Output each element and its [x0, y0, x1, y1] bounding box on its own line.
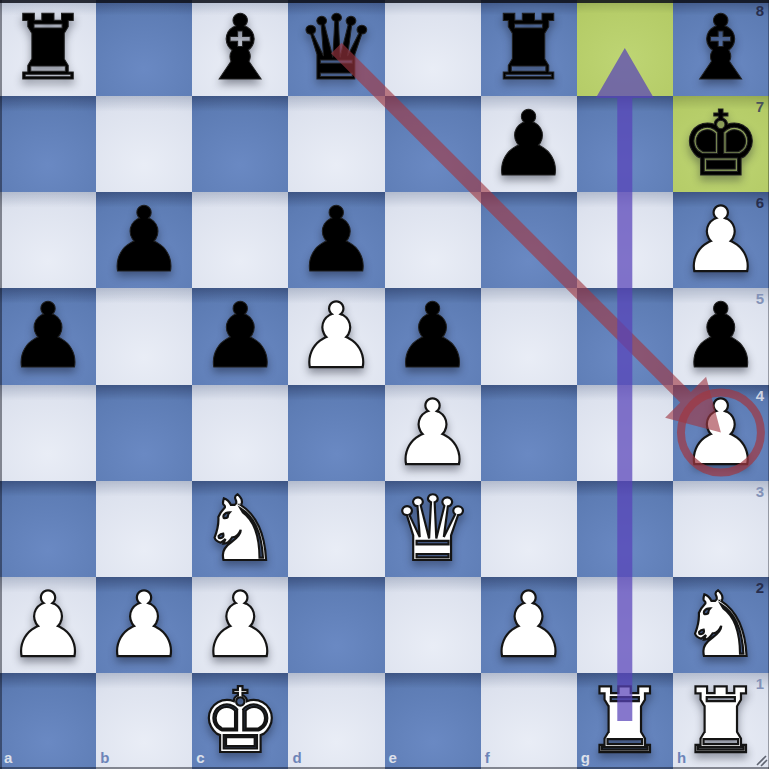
square-f7[interactable]: ♟	[481, 96, 577, 192]
square-g5[interactable]	[577, 288, 673, 384]
square-g8[interactable]	[577, 0, 673, 96]
square-e3[interactable]: ♛	[385, 481, 481, 577]
square-e8[interactable]	[385, 0, 481, 96]
chess-board-wrapper: ♜♝♛♜8♝♟7♚♟♟6♟♟♟♟♟5♟♟4♟♞♛3♟♟♟♟2♞abc♚defg♜…	[0, 0, 769, 769]
square-e6[interactable]	[385, 192, 481, 288]
piece-black-pawn-a5[interactable]: ♟	[0, 288, 96, 384]
square-b3[interactable]	[96, 481, 192, 577]
square-a1[interactable]: a	[0, 673, 96, 769]
square-f5[interactable]	[481, 288, 577, 384]
square-h3[interactable]: 3	[673, 481, 769, 577]
piece-black-pawn-h5[interactable]: ♟	[673, 288, 769, 384]
square-a7[interactable]	[0, 96, 96, 192]
square-f8[interactable]: ♜	[481, 0, 577, 96]
square-g2[interactable]	[577, 577, 673, 673]
square-f3[interactable]	[481, 481, 577, 577]
square-f6[interactable]	[481, 192, 577, 288]
square-h7[interactable]: 7♚	[673, 96, 769, 192]
piece-black-pawn-b6[interactable]: ♟	[96, 192, 192, 288]
piece-white-king-c1[interactable]: ♚	[192, 673, 288, 769]
piece-black-pawn-c5[interactable]: ♟	[192, 288, 288, 384]
square-d4[interactable]	[288, 385, 384, 481]
square-d8[interactable]: ♛	[288, 0, 384, 96]
square-c2[interactable]: ♟	[192, 577, 288, 673]
square-f1[interactable]: f	[481, 673, 577, 769]
file-label-b: b	[100, 750, 109, 765]
square-g3[interactable]	[577, 481, 673, 577]
piece-black-pawn-e5[interactable]: ♟	[385, 288, 481, 384]
square-e5[interactable]: ♟	[385, 288, 481, 384]
rank-label-3: 3	[756, 484, 764, 499]
square-e2[interactable]	[385, 577, 481, 673]
square-d7[interactable]	[288, 96, 384, 192]
square-b7[interactable]	[96, 96, 192, 192]
square-g7[interactable]	[577, 96, 673, 192]
square-c5[interactable]: ♟	[192, 288, 288, 384]
square-h5[interactable]: 5♟	[673, 288, 769, 384]
square-d3[interactable]	[288, 481, 384, 577]
square-c8[interactable]: ♝	[192, 0, 288, 96]
piece-white-pawn-h6[interactable]: ♟	[673, 192, 769, 288]
file-label-f: f	[485, 750, 490, 765]
piece-white-knight-h2[interactable]: ♞	[673, 577, 769, 673]
square-a2[interactable]: ♟	[0, 577, 96, 673]
square-a4[interactable]	[0, 385, 96, 481]
piece-black-bishop-c8[interactable]: ♝	[192, 0, 288, 96]
piece-white-pawn-b2[interactable]: ♟	[96, 577, 192, 673]
square-g6[interactable]	[577, 192, 673, 288]
square-a8[interactable]: ♜	[0, 0, 96, 96]
square-h8[interactable]: 8♝	[673, 0, 769, 96]
square-e7[interactable]	[385, 96, 481, 192]
chess-board[interactable]: ♜♝♛♜8♝♟7♚♟♟6♟♟♟♟♟5♟♟4♟♞♛3♟♟♟♟2♞abc♚defg♜…	[0, 0, 769, 769]
square-g4[interactable]	[577, 385, 673, 481]
piece-black-queen-d8[interactable]: ♛	[288, 0, 384, 96]
file-label-d: d	[292, 750, 301, 765]
square-h2[interactable]: 2♞	[673, 577, 769, 673]
square-h4[interactable]: 4♟	[673, 385, 769, 481]
piece-black-pawn-f7[interactable]: ♟	[481, 96, 577, 192]
square-c4[interactable]	[192, 385, 288, 481]
piece-black-king-h7[interactable]: ♚	[673, 96, 769, 192]
square-c7[interactable]	[192, 96, 288, 192]
piece-white-pawn-e4[interactable]: ♟	[385, 385, 481, 481]
square-b6[interactable]: ♟	[96, 192, 192, 288]
piece-white-pawn-f2[interactable]: ♟	[481, 577, 577, 673]
piece-white-pawn-d5[interactable]: ♟	[288, 288, 384, 384]
square-g1[interactable]: g♜	[577, 673, 673, 769]
square-h6[interactable]: 6♟	[673, 192, 769, 288]
square-a5[interactable]: ♟	[0, 288, 96, 384]
piece-white-knight-c3[interactable]: ♞	[192, 481, 288, 577]
square-e1[interactable]: e	[385, 673, 481, 769]
square-d6[interactable]: ♟	[288, 192, 384, 288]
square-b2[interactable]: ♟	[96, 577, 192, 673]
square-b8[interactable]	[96, 0, 192, 96]
board-resize-handle-icon[interactable]	[754, 753, 768, 767]
square-c6[interactable]	[192, 192, 288, 288]
piece-black-rook-a8[interactable]: ♜	[0, 0, 96, 96]
piece-white-pawn-c2[interactable]: ♟	[192, 577, 288, 673]
file-label-e: e	[389, 750, 397, 765]
piece-white-rook-g1[interactable]: ♜	[577, 673, 673, 769]
square-d1[interactable]: d	[288, 673, 384, 769]
piece-white-pawn-a2[interactable]: ♟	[0, 577, 96, 673]
file-label-a: a	[4, 750, 12, 765]
square-c3[interactable]: ♞	[192, 481, 288, 577]
square-b1[interactable]: b	[96, 673, 192, 769]
square-f2[interactable]: ♟	[481, 577, 577, 673]
piece-white-queen-e3[interactable]: ♛	[385, 481, 481, 577]
square-d2[interactable]	[288, 577, 384, 673]
piece-black-pawn-d6[interactable]: ♟	[288, 192, 384, 288]
square-a6[interactable]	[0, 192, 96, 288]
square-e4[interactable]: ♟	[385, 385, 481, 481]
square-c1[interactable]: c♚	[192, 673, 288, 769]
square-b5[interactable]	[96, 288, 192, 384]
piece-black-bishop-h8[interactable]: ♝	[673, 0, 769, 96]
square-d5[interactable]: ♟	[288, 288, 384, 384]
square-f4[interactable]	[481, 385, 577, 481]
piece-white-pawn-h4[interactable]: ♟	[673, 385, 769, 481]
square-a3[interactable]	[0, 481, 96, 577]
piece-black-rook-f8[interactable]: ♜	[481, 0, 577, 96]
square-b4[interactable]	[96, 385, 192, 481]
